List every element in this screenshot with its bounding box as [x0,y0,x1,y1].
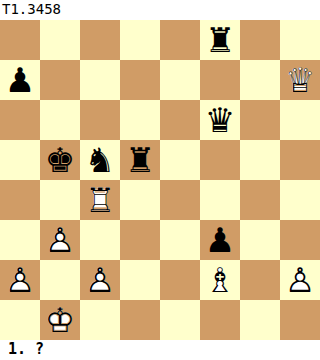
square-b3[interactable]: ♟♙ [40,220,80,260]
square-a7[interactable]: ♟ [0,60,40,100]
square-d1[interactable] [120,300,160,340]
square-e2[interactable] [160,260,200,300]
square-c8[interactable] [80,20,120,60]
square-h2[interactable]: ♟♙ [280,260,320,300]
square-a8[interactable] [0,20,40,60]
square-a3[interactable] [0,220,40,260]
square-f1[interactable] [200,300,240,340]
piece-outline-layer: ♙ [40,220,80,260]
square-e6[interactable] [160,100,200,140]
square-a4[interactable] [0,180,40,220]
piece-white-pawn[interactable]: ♟♙ [80,260,120,300]
square-d6[interactable] [120,100,160,140]
square-f8[interactable]: ♜ [200,20,240,60]
piece-fill-layer: ♟ [0,60,40,100]
square-d2[interactable] [120,260,160,300]
square-f7[interactable] [200,60,240,100]
square-a6[interactable] [0,100,40,140]
square-d7[interactable] [120,60,160,100]
square-b8[interactable] [40,20,80,60]
piece-outline-layer: ♖ [80,180,120,220]
square-e3[interactable] [160,220,200,260]
square-b7[interactable] [40,60,80,100]
piece-black-pawn[interactable]: ♟ [200,220,240,260]
piece-fill-layer: ♟ [40,220,80,260]
piece-black-queen[interactable]: ♛ [200,100,240,140]
square-h3[interactable] [280,220,320,260]
square-g8[interactable] [240,20,280,60]
square-c4[interactable]: ♜♖ [80,180,120,220]
piece-fill-layer: ♝ [200,260,240,300]
square-h7[interactable]: ♛♕ [280,60,320,100]
piece-outline-layer: ♙ [80,260,120,300]
square-e8[interactable] [160,20,200,60]
square-a1[interactable] [0,300,40,340]
square-d5[interactable]: ♜ [120,140,160,180]
square-e5[interactable] [160,140,200,180]
piece-fill-layer: ♟ [0,260,40,300]
square-c5[interactable]: ♞ [80,140,120,180]
square-c6[interactable] [80,100,120,140]
square-h4[interactable] [280,180,320,220]
piece-outline-layer: ♙ [0,260,40,300]
piece-fill-layer: ♚ [40,140,80,180]
square-f6[interactable]: ♛ [200,100,240,140]
piece-white-king[interactable]: ♚♔ [40,300,80,340]
piece-white-bishop[interactable]: ♝♗ [200,260,240,300]
square-f3[interactable]: ♟ [200,220,240,260]
square-d8[interactable] [120,20,160,60]
square-e4[interactable] [160,180,200,220]
piece-black-pawn[interactable]: ♟ [0,60,40,100]
square-d4[interactable] [120,180,160,220]
square-a2[interactable]: ♟♙ [0,260,40,300]
square-b4[interactable] [40,180,80,220]
square-b5[interactable]: ♚ [40,140,80,180]
square-b1[interactable]: ♚♔ [40,300,80,340]
square-c1[interactable] [80,300,120,340]
square-f2[interactable]: ♝♗ [200,260,240,300]
piece-outline-layer: ♕ [280,60,320,100]
piece-fill-layer: ♛ [280,60,320,100]
square-g2[interactable] [240,260,280,300]
piece-fill-layer: ♟ [80,260,120,300]
square-h6[interactable] [280,100,320,140]
piece-white-pawn[interactable]: ♟♙ [280,260,320,300]
square-g7[interactable] [240,60,280,100]
square-g1[interactable] [240,300,280,340]
square-g5[interactable] [240,140,280,180]
piece-white-queen[interactable]: ♛♕ [280,60,320,100]
square-c2[interactable]: ♟♙ [80,260,120,300]
piece-fill-layer: ♟ [280,260,320,300]
piece-outline-layer: ♙ [280,260,320,300]
square-b6[interactable] [40,100,80,140]
piece-fill-layer: ♚ [40,300,80,340]
piece-fill-layer: ♛ [200,100,240,140]
piece-outline-layer: ♔ [40,300,80,340]
piece-black-knight[interactable]: ♞ [80,140,120,180]
square-g4[interactable] [240,180,280,220]
square-b2[interactable] [40,260,80,300]
piece-black-rook[interactable]: ♜ [120,140,160,180]
square-e1[interactable] [160,300,200,340]
piece-fill-layer: ♜ [200,20,240,60]
piece-white-rook[interactable]: ♜♖ [80,180,120,220]
square-a5[interactable] [0,140,40,180]
piece-fill-layer: ♟ [200,220,240,260]
square-f5[interactable] [200,140,240,180]
square-h1[interactable] [280,300,320,340]
square-c7[interactable] [80,60,120,100]
piece-fill-layer: ♜ [80,180,120,220]
square-g3[interactable] [240,220,280,260]
piece-fill-layer: ♜ [120,140,160,180]
piece-black-rook[interactable]: ♜ [200,20,240,60]
move-prompt: 1. ? [0,340,320,360]
piece-white-pawn[interactable]: ♟♙ [0,260,40,300]
square-f4[interactable] [200,180,240,220]
square-h5[interactable] [280,140,320,180]
piece-outline-layer: ♗ [200,260,240,300]
square-c3[interactable] [80,220,120,260]
square-h8[interactable] [280,20,320,60]
piece-white-pawn[interactable]: ♟♙ [40,220,80,260]
square-d3[interactable] [120,220,160,260]
square-g6[interactable] [240,100,280,140]
piece-black-king[interactable]: ♚ [40,140,80,180]
chess-board: ♜♟♛♕♛♚♞♜♜♖♟♙♟♟♙♟♙♝♗♟♙♚♔ [0,20,320,340]
problem-id: T1.3458 [0,0,320,20]
square-e7[interactable] [160,60,200,100]
piece-fill-layer: ♞ [80,140,120,180]
